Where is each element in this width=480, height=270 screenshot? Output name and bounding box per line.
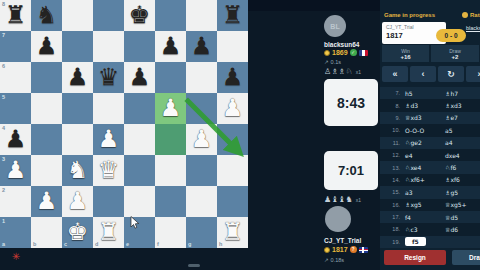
draw-value: +2 bbox=[452, 54, 459, 60]
black-piece-f7: ♟ bbox=[155, 31, 186, 62]
clock-icon bbox=[462, 12, 468, 18]
move-row-11[interactable]: 11.♘ge2a4 bbox=[380, 137, 480, 149]
white-piece-d4: ♟ bbox=[93, 124, 124, 155]
go-back-button[interactable]: ‹ bbox=[410, 66, 436, 82]
square-f4[interactable] bbox=[155, 124, 186, 155]
square-a8[interactable]: ♜8 bbox=[0, 0, 31, 31]
move-number: 13. bbox=[380, 165, 400, 171]
move-number: 19. bbox=[380, 239, 400, 245]
black-move[interactable]: ♗g5 bbox=[445, 189, 458, 196]
trend-icon: ↗ bbox=[324, 59, 329, 65]
square-g2[interactable] bbox=[186, 186, 217, 217]
white-move[interactable]: ♗xg5 bbox=[405, 201, 445, 208]
square-g7[interactable]: ♟ bbox=[186, 31, 217, 62]
file-label: e bbox=[126, 241, 129, 247]
white-move[interactable]: O-O-O bbox=[405, 127, 445, 134]
rank-label: 8 bbox=[2, 1, 5, 7]
square-f7[interactable]: ♟ bbox=[155, 31, 186, 62]
square-c4[interactable] bbox=[62, 124, 93, 155]
square-a3[interactable]: ♟3 bbox=[0, 155, 31, 186]
white-card-rating: 1817 bbox=[386, 31, 442, 40]
square-d3[interactable]: ♛ bbox=[93, 155, 124, 186]
square-g5[interactable] bbox=[186, 93, 217, 124]
move-number: 16. bbox=[380, 202, 400, 208]
black-move[interactable]: ♘f6 bbox=[445, 164, 456, 171]
rank-label: 5 bbox=[2, 94, 5, 100]
white-move[interactable]: ♘xe4 bbox=[405, 164, 445, 171]
top-player-rating-row: 1869 ✓ bbox=[324, 49, 368, 56]
white-piece-d3: ♛ bbox=[93, 155, 124, 186]
black-move[interactable]: ♗xd3 bbox=[445, 102, 462, 109]
mouse-cursor bbox=[130, 216, 140, 229]
square-g8[interactable] bbox=[186, 0, 217, 31]
top-player-clock: 8:43 bbox=[324, 79, 378, 126]
black-card-name[interactable]: blacksun64 bbox=[466, 25, 480, 31]
black-piece-c6: ♟ bbox=[62, 62, 93, 93]
square-f6[interactable] bbox=[155, 62, 186, 93]
file-label: c bbox=[64, 241, 67, 247]
top-player-move-time: 0.1s bbox=[331, 59, 341, 65]
move-number: 14. bbox=[380, 177, 400, 183]
bottom-player-rating: 1817 bbox=[332, 246, 348, 253]
board-resize-handle[interactable] bbox=[188, 264, 200, 267]
square-h7[interactable] bbox=[217, 31, 248, 62]
square-e5[interactable] bbox=[124, 93, 155, 124]
square-a5[interactable]: 5 bbox=[0, 93, 31, 124]
black-move[interactable]: ♗h7 bbox=[445, 90, 458, 97]
black-move[interactable]: ♕d6 bbox=[445, 226, 458, 233]
black-move[interactable]: ♗e7 bbox=[445, 114, 458, 121]
white-move[interactable]: ♘c3 bbox=[405, 226, 445, 233]
move-number: 9. bbox=[380, 115, 400, 121]
move-row-15[interactable]: 15.a3♗g5 bbox=[380, 186, 480, 198]
bottom-player-rating-row: 1817 ? bbox=[324, 246, 368, 253]
white-move[interactable]: ♘ge2 bbox=[405, 139, 445, 146]
square-b5[interactable] bbox=[31, 93, 62, 124]
move-row-16[interactable]: 16.♗xg5♕xg5+ bbox=[380, 199, 480, 211]
square-c5[interactable] bbox=[62, 93, 93, 124]
file-label: a bbox=[2, 241, 5, 247]
square-c3[interactable]: ♞ bbox=[62, 155, 93, 186]
move-number: 17. bbox=[380, 214, 400, 220]
square-b3[interactable] bbox=[31, 155, 62, 186]
square-c2[interactable]: ♟ bbox=[62, 186, 93, 217]
avatar-top-player[interactable]: BL bbox=[324, 15, 346, 37]
square-d2[interactable] bbox=[93, 186, 124, 217]
black-piece-h6: ♟ bbox=[217, 62, 248, 93]
file-label: d bbox=[95, 241, 98, 247]
square-c6[interactable]: ♟ bbox=[62, 62, 93, 93]
square-e7[interactable] bbox=[124, 31, 155, 62]
white-piece-b2: ♟ bbox=[31, 186, 62, 217]
rated-label: Rated bbox=[470, 12, 480, 18]
move-list: 7.h5♗h78.♗d3♗xd39.♕xd3♗e710.O-O-Oa511.♘g… bbox=[380, 87, 480, 248]
chess-board[interactable]: ♜8♞♚♜7♟♟♟6♟♛♟♟5♟♟♟4♟♟♟3♞♛2♟♟1ab♚c♜defg♜h bbox=[0, 0, 248, 248]
square-f5[interactable]: ♟ bbox=[155, 93, 186, 124]
go-forward-button[interactable]: › bbox=[466, 66, 480, 82]
square-h5[interactable]: ♟ bbox=[217, 93, 248, 124]
square-b2[interactable]: ♟ bbox=[31, 186, 62, 217]
square-b8[interactable]: ♞ bbox=[31, 0, 62, 31]
white-move[interactable]: ♘xf6+ bbox=[405, 176, 445, 183]
france-flag-icon bbox=[359, 50, 368, 56]
bottom-player-clock: 7:01 bbox=[324, 151, 378, 190]
square-d6[interactable]: ♛ bbox=[93, 62, 124, 93]
square-e4[interactable] bbox=[124, 124, 155, 155]
black-move[interactable]: ♕d5 bbox=[445, 214, 458, 221]
black-piece-b8: ♞ bbox=[31, 0, 62, 31]
rank-label: 4 bbox=[2, 125, 5, 131]
black-move[interactable]: a4 bbox=[445, 139, 453, 146]
square-b6[interactable] bbox=[31, 62, 62, 93]
black-move[interactable]: ♗xf6 bbox=[445, 176, 460, 183]
black-piece-h8: ♜ bbox=[217, 0, 248, 31]
square-c1[interactable]: ♚c bbox=[62, 217, 93, 248]
white-card-name: CJ_YT_Trial bbox=[386, 24, 442, 30]
square-d8[interactable] bbox=[93, 0, 124, 31]
black-move[interactable]: a5 bbox=[445, 127, 453, 134]
rank-label: 7 bbox=[2, 32, 5, 38]
white-move[interactable]: f4 bbox=[405, 214, 445, 221]
black-piece-b7: ♟ bbox=[31, 31, 62, 62]
square-a4[interactable]: ♟4 bbox=[0, 124, 31, 155]
square-e6[interactable]: ♟ bbox=[124, 62, 155, 93]
go-start-button[interactable]: « bbox=[382, 66, 408, 82]
black-piece-g7: ♟ bbox=[186, 31, 217, 62]
file-label: h bbox=[219, 241, 222, 247]
panel-status-text: Game in progress bbox=[384, 12, 435, 18]
top-player-rating: 1869 bbox=[332, 49, 348, 56]
white-piece-c2: ♟ bbox=[62, 186, 93, 217]
win-value: +16 bbox=[400, 54, 410, 60]
square-a1[interactable]: 1a bbox=[0, 217, 31, 248]
move-number: 11. bbox=[380, 140, 400, 146]
move-row-12[interactable]: 12.e4dxe4 bbox=[380, 149, 480, 161]
black-piece-d6: ♛ bbox=[93, 62, 124, 93]
white-move[interactable]: e4 bbox=[405, 152, 445, 159]
verified-badge-icon: ✓ bbox=[350, 49, 357, 56]
square-h6[interactable]: ♟ bbox=[217, 62, 248, 93]
square-c7[interactable] bbox=[62, 31, 93, 62]
move-number: 10. bbox=[380, 127, 400, 133]
white-piece-g4: ♟ bbox=[186, 124, 217, 155]
white-piece-h5: ♟ bbox=[217, 93, 248, 124]
move-row-8[interactable]: 8.♗d3♗xd3 bbox=[380, 99, 480, 111]
bottom-player-move-time: 0.18s bbox=[331, 257, 344, 263]
uk-flag-icon bbox=[359, 247, 368, 253]
move-row-17[interactable]: 17.f4♕d5 bbox=[380, 211, 480, 223]
white-piece-f5: ♟ bbox=[155, 93, 186, 124]
file-label: b bbox=[33, 241, 36, 247]
game-panel: Game in progress Rated CJ_YT_Trial 1817 … bbox=[380, 0, 480, 270]
move-number: 7. bbox=[380, 90, 400, 96]
flip-board-button[interactable]: ↻ bbox=[438, 66, 464, 82]
white-move[interactable]: ♕xd3 bbox=[405, 114, 445, 121]
square-d5[interactable] bbox=[93, 93, 124, 124]
move-row-10[interactable]: 10.O-O-Oa5 bbox=[380, 124, 480, 136]
square-g1[interactable]: g bbox=[186, 217, 217, 248]
win-points-cell: Win +16 bbox=[382, 45, 429, 62]
square-a7[interactable]: 7 bbox=[0, 31, 31, 62]
move-row-14[interactable]: 14.♘xf6+♗xf6 bbox=[380, 174, 480, 186]
square-a6[interactable]: 6 bbox=[0, 62, 31, 93]
rated-label-row: Rated bbox=[462, 12, 480, 18]
black-move[interactable]: ♕xg5+ bbox=[445, 201, 467, 208]
match-score-pill: 0 - 0 bbox=[436, 29, 466, 42]
move-number: 12. bbox=[380, 152, 400, 158]
top-player-name[interactable]: blacksun64 bbox=[324, 41, 359, 48]
rank-label: 1 bbox=[2, 218, 5, 224]
move-number: 18. bbox=[380, 226, 400, 232]
white-move[interactable]: a3 bbox=[405, 189, 445, 196]
move-number: 8. bbox=[380, 103, 400, 109]
playback-controls: «‹↻› bbox=[382, 66, 480, 82]
captured-pieces-top: ♙♗♗♘ bbox=[324, 67, 353, 76]
square-c8[interactable] bbox=[62, 0, 93, 31]
red-asterisk-icon: ✳ bbox=[12, 251, 20, 262]
chess-app-window: ✓ Game in progress ♖♔♘ CHESS ⚙ ✳ ♜8♞♚♜7♟… bbox=[0, 0, 480, 270]
rank-label: 2 bbox=[2, 187, 5, 193]
square-e8[interactable]: ♚ bbox=[124, 0, 155, 31]
resign-button[interactable]: Resign bbox=[384, 250, 446, 265]
bottom-player-name[interactable]: CJ_YT_Trial bbox=[324, 237, 361, 244]
square-d1[interactable]: ♜d bbox=[93, 217, 124, 248]
move-row-19[interactable]: 19.f5 bbox=[380, 236, 480, 248]
file-label: g bbox=[188, 241, 191, 247]
square-f8[interactable] bbox=[155, 0, 186, 31]
move-number: 15. bbox=[380, 189, 400, 195]
square-h3[interactable] bbox=[217, 155, 248, 186]
square-g6[interactable] bbox=[186, 62, 217, 93]
black-move[interactable]: dxe4 bbox=[445, 152, 460, 159]
square-g3[interactable] bbox=[186, 155, 217, 186]
square-b7[interactable]: ♟ bbox=[31, 31, 62, 62]
square-h2[interactable] bbox=[217, 186, 248, 217]
black-piece-e8: ♚ bbox=[124, 0, 155, 31]
white-move[interactable]: h5 bbox=[405, 90, 445, 97]
square-b1[interactable]: b bbox=[31, 217, 62, 248]
coin-icon bbox=[324, 247, 330, 253]
square-f1[interactable]: f bbox=[155, 217, 186, 248]
draw-button[interactable]: Draw bbox=[452, 250, 480, 265]
square-d7[interactable] bbox=[93, 31, 124, 62]
black-piece-e6: ♟ bbox=[124, 62, 155, 93]
square-f3[interactable] bbox=[155, 155, 186, 186]
captured-pieces-bottom: ♟♝♝♞ bbox=[324, 195, 353, 204]
square-g4[interactable]: ♟ bbox=[186, 124, 217, 155]
square-h8[interactable]: ♜ bbox=[217, 0, 248, 31]
white-piece-c3: ♞ bbox=[62, 155, 93, 186]
captured-count-top: x1 bbox=[356, 69, 361, 75]
top-player-captured-tray: ♙♗♗♘ x1 bbox=[324, 67, 361, 76]
provisional-badge-icon: ? bbox=[350, 246, 357, 253]
draw-points-cell: Draw +2 bbox=[431, 45, 479, 62]
move-row-7[interactable]: 7.h5♗h7 bbox=[380, 87, 480, 99]
top-player-move-time-row: ↗ 0.1s bbox=[324, 59, 341, 65]
support-icon[interactable]: ✳ bbox=[8, 248, 24, 264]
square-b4[interactable] bbox=[31, 124, 62, 155]
square-h1[interactable]: ♜h bbox=[217, 217, 248, 248]
square-e3[interactable] bbox=[124, 155, 155, 186]
captured-count-bottom: x1 bbox=[356, 197, 361, 203]
bottom-player-captured-tray: ♟♝♝♞ x1 bbox=[324, 195, 361, 204]
square-f2[interactable] bbox=[155, 186, 186, 217]
file-label: f bbox=[157, 241, 159, 247]
bottom-player-move-time-row: ↗ 0.18s bbox=[324, 257, 344, 263]
trend-icon: ↗ bbox=[324, 257, 329, 263]
move-row-9[interactable]: 9.♕xd3♗e7 bbox=[380, 112, 480, 124]
coin-icon bbox=[324, 50, 330, 56]
rank-label: 3 bbox=[2, 156, 5, 162]
square-d4[interactable]: ♟ bbox=[93, 124, 124, 155]
square-h4[interactable] bbox=[217, 124, 248, 155]
white-move[interactable]: f5 bbox=[405, 237, 445, 246]
white-move[interactable]: ♗d3 bbox=[405, 102, 445, 109]
move-row-18[interactable]: 18.♘c3♕d6 bbox=[380, 223, 480, 235]
square-e2[interactable] bbox=[124, 186, 155, 217]
square-a2[interactable]: 2 bbox=[0, 186, 31, 217]
move-row-13[interactable]: 13.♘xe4♘f6 bbox=[380, 161, 480, 173]
avatar-bottom-player[interactable] bbox=[325, 206, 351, 232]
rank-label: 6 bbox=[2, 63, 5, 69]
